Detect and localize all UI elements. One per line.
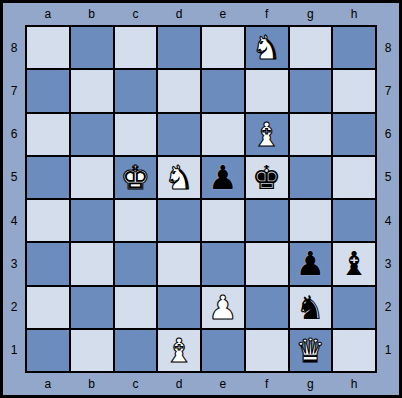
file-label-f: f xyxy=(246,373,288,395)
square-g6[interactable] xyxy=(290,114,332,155)
square-b6[interactable] xyxy=(71,114,113,155)
white-knight: ♞ xyxy=(164,161,194,194)
file-label-d: d xyxy=(158,373,200,395)
rank-label-5: 5 xyxy=(3,157,25,198)
white-king: ♚ xyxy=(121,161,151,194)
square-a8[interactable] xyxy=(27,27,69,68)
square-a6[interactable] xyxy=(27,114,69,155)
square-c7[interactable] xyxy=(115,70,157,111)
rank-label-1: 1 xyxy=(377,330,399,371)
square-e8[interactable] xyxy=(202,27,244,68)
rank-label-8: 8 xyxy=(3,27,25,68)
square-f1[interactable] xyxy=(246,330,288,371)
square-f2[interactable] xyxy=(246,287,288,328)
square-c2[interactable] xyxy=(115,287,157,328)
white-queen: ♛ xyxy=(296,334,326,367)
rank-label-6: 6 xyxy=(377,114,399,155)
square-e4[interactable] xyxy=(202,200,244,241)
white-bishop: ♝ xyxy=(164,334,194,367)
square-b4[interactable] xyxy=(71,200,113,241)
square-d1[interactable]: ♝ xyxy=(158,330,200,371)
white-bishop: ♝ xyxy=(252,118,282,151)
square-b3[interactable] xyxy=(71,243,113,284)
square-b2[interactable] xyxy=(71,287,113,328)
rank-labels-left: 87654321 xyxy=(3,25,25,373)
square-c6[interactable] xyxy=(115,114,157,155)
black-pawn: ♟ xyxy=(208,161,238,194)
rank-label-4: 4 xyxy=(3,200,25,241)
square-f3[interactable] xyxy=(246,243,288,284)
square-h6[interactable] xyxy=(333,114,375,155)
black-bishop: ♝ xyxy=(339,247,369,280)
black-king: ♚ xyxy=(252,161,282,194)
square-d8[interactable] xyxy=(158,27,200,68)
file-label-e: e xyxy=(202,373,244,395)
square-a3[interactable] xyxy=(27,243,69,284)
file-label-c: c xyxy=(115,373,157,395)
file-labels-bottom: abcdefgh xyxy=(25,373,377,395)
rank-label-8: 8 xyxy=(377,27,399,68)
square-h3[interactable]: ♝ xyxy=(333,243,375,284)
file-label-e: e xyxy=(202,3,244,25)
square-f7[interactable] xyxy=(246,70,288,111)
rank-label-3: 3 xyxy=(3,243,25,284)
square-g2[interactable]: ♞ xyxy=(290,287,332,328)
black-pawn: ♟ xyxy=(296,247,326,280)
square-e5[interactable]: ♟ xyxy=(202,157,244,198)
square-b8[interactable] xyxy=(71,27,113,68)
square-e7[interactable] xyxy=(202,70,244,111)
square-h4[interactable] xyxy=(333,200,375,241)
white-knight: ♞ xyxy=(252,31,282,64)
file-label-g: g xyxy=(290,373,332,395)
square-a1[interactable] xyxy=(27,330,69,371)
file-label-a: a xyxy=(27,3,69,25)
white-pawn: ♟ xyxy=(208,291,238,324)
square-d6[interactable] xyxy=(158,114,200,155)
square-g1[interactable]: ♛ xyxy=(290,330,332,371)
square-d3[interactable] xyxy=(158,243,200,284)
square-c1[interactable] xyxy=(115,330,157,371)
square-f8[interactable]: ♞ xyxy=(246,27,288,68)
square-d5[interactable]: ♞ xyxy=(158,157,200,198)
square-a4[interactable] xyxy=(27,200,69,241)
square-h7[interactable] xyxy=(333,70,375,111)
square-b7[interactable] xyxy=(71,70,113,111)
square-h5[interactable] xyxy=(333,157,375,198)
square-h2[interactable] xyxy=(333,287,375,328)
square-c5[interactable]: ♚ xyxy=(115,157,157,198)
rank-label-6: 6 xyxy=(3,114,25,155)
square-g5[interactable] xyxy=(290,157,332,198)
file-label-a: a xyxy=(27,373,69,395)
square-g4[interactable] xyxy=(290,200,332,241)
square-g7[interactable] xyxy=(290,70,332,111)
rank-label-7: 7 xyxy=(377,70,399,111)
square-d4[interactable] xyxy=(158,200,200,241)
square-a2[interactable] xyxy=(27,287,69,328)
chessboard-grid: ♞♝♚♞♟♚♟♝♟♞♝♛ xyxy=(25,25,377,373)
file-labels-top: abcdefgh xyxy=(25,3,377,25)
square-h8[interactable] xyxy=(333,27,375,68)
square-e3[interactable] xyxy=(202,243,244,284)
black-knight: ♞ xyxy=(296,291,326,324)
square-f6[interactable]: ♝ xyxy=(246,114,288,155)
square-e2[interactable]: ♟ xyxy=(202,287,244,328)
rank-labels-right: 87654321 xyxy=(377,25,399,373)
square-f4[interactable] xyxy=(246,200,288,241)
square-d2[interactable] xyxy=(158,287,200,328)
square-e6[interactable] xyxy=(202,114,244,155)
file-label-d: d xyxy=(158,3,200,25)
square-c4[interactable] xyxy=(115,200,157,241)
file-label-c: c xyxy=(115,3,157,25)
square-h1[interactable] xyxy=(333,330,375,371)
square-b1[interactable] xyxy=(71,330,113,371)
square-f5[interactable]: ♚ xyxy=(246,157,288,198)
square-b5[interactable] xyxy=(71,157,113,198)
file-label-h: h xyxy=(333,373,375,395)
rank-label-2: 2 xyxy=(3,287,25,328)
file-label-h: h xyxy=(333,3,375,25)
square-d7[interactable] xyxy=(158,70,200,111)
rank-label-4: 4 xyxy=(377,200,399,241)
rank-label-7: 7 xyxy=(3,70,25,111)
file-label-b: b xyxy=(71,373,113,395)
square-e1[interactable] xyxy=(202,330,244,371)
square-c8[interactable] xyxy=(115,27,157,68)
square-c3[interactable] xyxy=(115,243,157,284)
file-label-f: f xyxy=(246,3,288,25)
square-g3[interactable]: ♟ xyxy=(290,243,332,284)
rank-label-5: 5 xyxy=(377,157,399,198)
square-a5[interactable] xyxy=(27,157,69,198)
rank-label-1: 1 xyxy=(3,330,25,371)
rank-label-3: 3 xyxy=(377,243,399,284)
chessboard-diagram: abcdefgh 87654321 ♞♝♚♞♟♚♟♝♟♞♝♛ 87654321 … xyxy=(0,0,402,398)
file-label-b: b xyxy=(71,3,113,25)
square-g8[interactable] xyxy=(290,27,332,68)
rank-label-2: 2 xyxy=(377,287,399,328)
square-a7[interactable] xyxy=(27,70,69,111)
file-label-g: g xyxy=(290,3,332,25)
